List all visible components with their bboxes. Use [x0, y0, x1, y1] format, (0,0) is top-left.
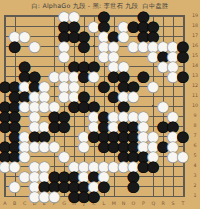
board-cell	[148, 191, 158, 201]
board-cell	[30, 11, 40, 21]
row-label: 4	[190, 163, 200, 168]
black-stone: ●	[57, 118, 72, 133]
row-label: 10	[190, 103, 200, 108]
board-cell	[10, 11, 20, 21]
white-stone: ●	[47, 188, 62, 203]
col-label: S	[168, 201, 178, 206]
black-stone: ●	[77, 38, 92, 53]
board-cell: ●	[10, 41, 20, 51]
board-cell	[178, 11, 188, 21]
row-label: 11	[190, 93, 200, 98]
row-label: 15	[190, 53, 200, 58]
col-label: Q	[148, 201, 158, 206]
board-cell	[0, 61, 10, 71]
row-label: 7	[190, 133, 200, 138]
board-cell: ●	[148, 81, 158, 91]
row-label: 16	[190, 43, 200, 48]
black-stone: ●	[87, 188, 102, 203]
col-label: O	[129, 201, 139, 206]
col-label: B	[10, 201, 20, 206]
col-label: T	[178, 201, 188, 206]
white-stone: ●	[7, 178, 22, 193]
board-cell: ●	[59, 121, 69, 131]
board-cell	[178, 181, 188, 191]
board-cell: ●	[128, 181, 138, 191]
board-cell	[0, 11, 10, 21]
go-diagram: 白: AlphaGo 九段 - 黑: 李世石 九段 白中盘胜 ●●●●●●●●●…	[0, 0, 200, 209]
row-label: 13	[190, 73, 200, 78]
board-cell	[168, 191, 178, 201]
black-stone: ●	[7, 38, 22, 53]
board-cell	[168, 21, 178, 31]
board-cell	[148, 181, 158, 191]
board-cell	[178, 21, 188, 31]
black-stone: ●	[176, 68, 191, 83]
row-label: 19	[190, 13, 200, 18]
board-cell	[178, 171, 188, 181]
row-label: 17	[190, 33, 200, 38]
board-cell: ●	[49, 191, 59, 201]
board-cell: ●	[89, 191, 99, 201]
go-board: ●●●●●●●●●●●●●●●●●●●●●●●●●●●●●●●●●●●●●●●●…	[0, 11, 188, 201]
board-cell	[168, 11, 178, 21]
board-cell: ●	[148, 161, 158, 171]
board-cell: ●	[79, 41, 89, 51]
board-cell	[178, 191, 188, 201]
row-label: 6	[190, 143, 200, 148]
star-point	[93, 44, 95, 46]
col-label: R	[158, 201, 168, 206]
board-cell	[39, 11, 49, 21]
row-label: 5	[190, 153, 200, 158]
col-label: A	[0, 201, 10, 206]
board-cell	[178, 91, 188, 101]
white-stone: ●	[77, 138, 92, 153]
black-stone: ●	[146, 158, 161, 173]
row-label: 18	[190, 23, 200, 28]
board-cell	[158, 181, 168, 191]
board-cell: ●	[178, 151, 188, 161]
board-cell: ●	[30, 41, 40, 51]
board-cell	[168, 181, 178, 191]
board-cell	[39, 21, 49, 31]
black-stone: ●	[126, 178, 141, 193]
col-label: P	[138, 201, 148, 206]
board-cell	[168, 171, 178, 181]
row-label: 12	[190, 83, 200, 88]
board-cell: ●	[178, 71, 188, 81]
white-stone: ●	[146, 78, 161, 93]
row-label: 2	[190, 183, 200, 188]
row-label: 3	[190, 173, 200, 178]
row-label: 8	[190, 123, 200, 128]
board-cell	[158, 191, 168, 201]
row-label: 9	[190, 113, 200, 118]
board-cell	[20, 11, 30, 21]
star-point	[152, 104, 154, 106]
white-stone: ●	[176, 148, 191, 163]
col-label: N	[119, 201, 129, 206]
col-label: M	[109, 201, 119, 206]
white-stone: ●	[27, 38, 42, 53]
row-label: 14	[190, 63, 200, 68]
board-cell: ●	[10, 181, 20, 191]
board-cell: ●	[79, 141, 89, 151]
row-label: 1	[190, 193, 200, 198]
